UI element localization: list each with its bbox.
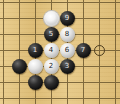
stone-number: 1 <box>33 47 37 54</box>
circle-marker <box>94 45 105 56</box>
stone-black-5: 5 <box>44 27 59 42</box>
stone-black-1: 1 <box>28 43 43 58</box>
stone-number: 6 <box>65 47 69 54</box>
stone-black-3: 3 <box>60 59 75 74</box>
stone-white <box>28 59 43 74</box>
stone-white-6: 6 <box>60 43 75 58</box>
stone-number: 4 <box>49 47 53 54</box>
go-board[interactable]: 958146723 <box>0 0 120 104</box>
stone-black-7: 7 <box>76 43 91 58</box>
stone-number: 5 <box>49 31 53 38</box>
stone-black-9: 9 <box>60 11 75 26</box>
stone-number: 3 <box>65 63 69 70</box>
stone-black <box>28 75 43 90</box>
stone-number: 9 <box>65 15 69 22</box>
stone-number: 2 <box>49 63 53 70</box>
stone-white-2: 2 <box>44 59 59 74</box>
stone-number: 8 <box>65 31 69 38</box>
stone-black <box>44 75 59 90</box>
stone-white-4: 4 <box>44 43 59 58</box>
stone-white <box>44 11 59 26</box>
stone-number: 7 <box>81 47 85 54</box>
stone-black <box>12 59 27 74</box>
stone-white-8: 8 <box>60 27 75 42</box>
screenshot: 958146723 <box>0 0 120 104</box>
